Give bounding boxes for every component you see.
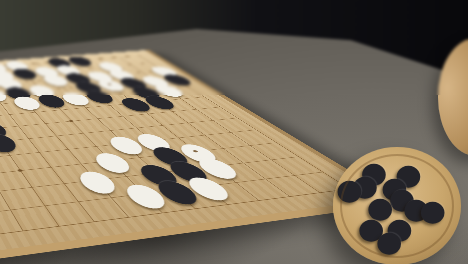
lid-black-stone[interactable]: ●: [419, 195, 446, 224]
lid-black-stone[interactable]: ●: [403, 194, 430, 223]
lid-black-stone[interactable]: ●: [381, 173, 408, 202]
lid-black-stone[interactable]: ●: [395, 160, 422, 189]
lid-black-stone[interactable]: ●: [360, 158, 387, 187]
go-scene: ●●●●●●●●●●●●●●●●●●●●●●●●●●●●●●●●●●●●●●●●…: [0, 0, 468, 264]
lid-black-stone[interactable]: ●: [367, 193, 394, 222]
lid-black-stone[interactable]: ●: [389, 183, 416, 212]
lid-black-stone[interactable]: ●: [351, 170, 378, 199]
lid-black-stone[interactable]: ●: [358, 214, 385, 243]
bowl-lid[interactable]: ●●●●●●●●●●●●: [333, 147, 461, 264]
lid-black-stone[interactable]: ●: [376, 227, 403, 256]
lid-black-stone[interactable]: ●: [336, 175, 363, 204]
lid-black-stone[interactable]: ●: [386, 214, 413, 243]
